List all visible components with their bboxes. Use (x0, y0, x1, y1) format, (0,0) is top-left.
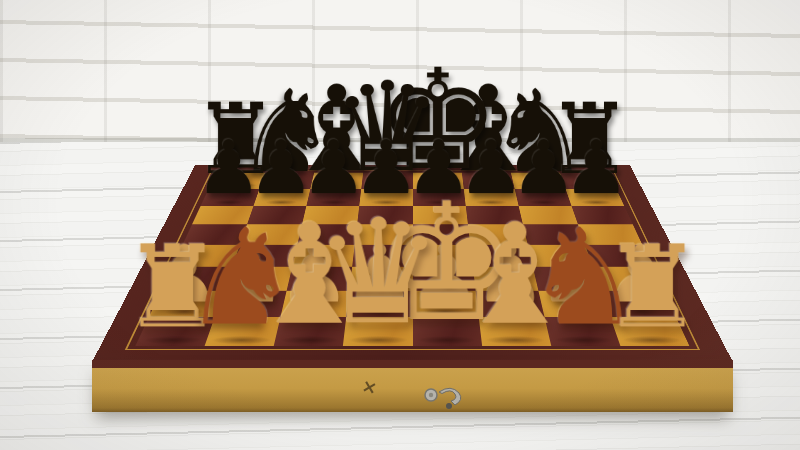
pieces-layer: ♜♞♝♛♚♝♞♜♟♟♟♟♟♟♟♟♟♟♟♟♟♟♟♟♜♞♝♛♚♝♞♜ (135, 173, 689, 346)
board-front-edge: × (92, 360, 733, 412)
clasp-hook-icon[interactable] (422, 384, 468, 410)
photo-scene: ♜♞♝♛♚♝♞♜♟♟♟♟♟♟♟♟♟♟♟♟♟♟♟♟♜♞♝♛♚♝♞♜ × (0, 0, 800, 450)
chess-board: ♜♞♝♛♚♝♞♜♟♟♟♟♟♟♟♟♟♟♟♟♟♟♟♟♜♞♝♛♚♝♞♜ (92, 165, 733, 362)
piece-white-queen-d1[interactable]: ♛ (313, 203, 443, 341)
piece-white-rook-h1[interactable]: ♜ (601, 233, 703, 341)
scratch-mark: × (360, 374, 380, 398)
piece-black-pawn-h7[interactable]: ♟ (563, 133, 629, 203)
piece-white-knight-b1[interactable]: ♞ (181, 214, 300, 341)
